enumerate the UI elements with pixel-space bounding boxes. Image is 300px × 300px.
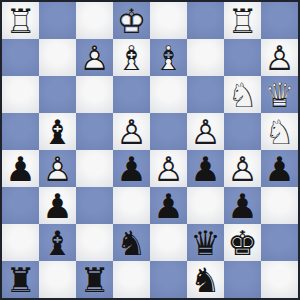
piece-fill-layer: ♟ [227, 189, 257, 223]
black-queen[interactable]: ♛ [190, 226, 220, 260]
square-c1[interactable]: ♜ [76, 261, 113, 298]
piece-outline-layer: ♔ [116, 4, 146, 38]
square-h7[interactable]: ♟♙ [261, 39, 298, 76]
white-knight[interactable]: ♞♘ [264, 115, 294, 149]
square-a1[interactable]: ♜ [2, 261, 39, 298]
white-pawn[interactable]: ♟♙ [264, 41, 294, 75]
square-d1[interactable] [113, 261, 150, 298]
square-b5[interactable]: ♝ [39, 113, 76, 150]
piece-fill-layer: ♟ [153, 189, 183, 223]
square-f1[interactable]: ♞ [187, 261, 224, 298]
piece-fill-layer: ♚ [227, 226, 257, 260]
black-knight[interactable]: ♞ [190, 263, 220, 297]
piece-fill-layer: ♞ [190, 263, 220, 297]
chess-board-container: ♜♖♚♔♜♖♟♙♝♗♝♗♟♙♞♘♛♕♝♟♙♟♙♞♘♟♟♙♟♟♙♟♟♙♟♟♟♟♝♞… [0, 0, 300, 300]
black-bishop[interactable]: ♝ [42, 115, 72, 149]
piece-outline-layer: ♙ [227, 152, 257, 186]
square-a4[interactable]: ♟ [2, 150, 39, 187]
white-pawn[interactable]: ♟♙ [116, 115, 146, 149]
square-e4[interactable]: ♟♙ [150, 150, 187, 187]
square-b1[interactable] [39, 261, 76, 298]
black-rook[interactable]: ♜ [79, 263, 109, 297]
square-d3[interactable] [113, 187, 150, 224]
piece-fill-layer: ♜ [79, 263, 109, 297]
square-g7[interactable] [224, 39, 261, 76]
square-f5[interactable]: ♟♙ [187, 113, 224, 150]
white-pawn[interactable]: ♟♙ [42, 152, 72, 186]
piece-outline-layer: ♖ [227, 4, 257, 38]
black-pawn[interactable]: ♟ [264, 152, 294, 186]
piece-outline-layer: ♙ [264, 41, 294, 75]
black-king[interactable]: ♚ [227, 226, 257, 260]
square-g3[interactable]: ♟ [224, 187, 261, 224]
square-a7[interactable] [2, 39, 39, 76]
black-pawn[interactable]: ♟ [116, 152, 146, 186]
piece-outline-layer: ♘ [264, 115, 294, 149]
piece-fill-layer: ♝ [42, 226, 72, 260]
square-c4[interactable] [76, 150, 113, 187]
square-b8[interactable] [39, 2, 76, 39]
square-h6[interactable]: ♛♕ [261, 76, 298, 113]
black-pawn[interactable]: ♟ [42, 189, 72, 223]
square-e6[interactable] [150, 76, 187, 113]
square-c5[interactable] [76, 113, 113, 150]
square-c3[interactable] [76, 187, 113, 224]
square-a5[interactable] [2, 113, 39, 150]
black-bishop[interactable]: ♝ [42, 226, 72, 260]
white-pawn[interactable]: ♟♙ [190, 115, 220, 149]
piece-fill-layer: ♝ [42, 115, 72, 149]
square-g8[interactable]: ♜♖ [224, 2, 261, 39]
square-h8[interactable] [261, 2, 298, 39]
square-h4[interactable]: ♟ [261, 150, 298, 187]
piece-outline-layer: ♙ [42, 152, 72, 186]
square-f7[interactable] [187, 39, 224, 76]
piece-fill-layer: ♟ [42, 189, 72, 223]
square-e5[interactable] [150, 113, 187, 150]
square-e3[interactable]: ♟ [150, 187, 187, 224]
square-h1[interactable] [261, 261, 298, 298]
square-b3[interactable]: ♟ [39, 187, 76, 224]
black-knight[interactable]: ♞ [116, 226, 146, 260]
square-h3[interactable] [261, 187, 298, 224]
square-b2[interactable]: ♝ [39, 224, 76, 261]
square-d8[interactable]: ♚♔ [113, 2, 150, 39]
square-f3[interactable] [187, 187, 224, 224]
square-e8[interactable] [150, 2, 187, 39]
square-e7[interactable]: ♝♗ [150, 39, 187, 76]
square-c7[interactable]: ♟♙ [76, 39, 113, 76]
square-f6[interactable] [187, 76, 224, 113]
piece-outline-layer: ♘ [227, 78, 257, 112]
black-pawn[interactable]: ♟ [5, 152, 35, 186]
square-g2[interactable]: ♚ [224, 224, 261, 261]
square-g6[interactable]: ♞♘ [224, 76, 261, 113]
black-rook[interactable]: ♜ [5, 263, 35, 297]
square-b4[interactable]: ♟♙ [39, 150, 76, 187]
piece-fill-layer: ♟ [5, 152, 35, 186]
square-c2[interactable] [76, 224, 113, 261]
black-pawn[interactable]: ♟ [227, 189, 257, 223]
white-bishop[interactable]: ♝♗ [153, 41, 183, 75]
piece-outline-layer: ♕ [264, 78, 294, 112]
piece-outline-layer: ♗ [153, 41, 183, 75]
black-pawn[interactable]: ♟ [190, 152, 220, 186]
piece-outline-layer: ♗ [116, 41, 146, 75]
square-g4[interactable]: ♟♙ [224, 150, 261, 187]
white-bishop[interactable]: ♝♗ [116, 41, 146, 75]
white-king[interactable]: ♚♔ [116, 4, 146, 38]
square-d2[interactable]: ♞ [113, 224, 150, 261]
square-b7[interactable] [39, 39, 76, 76]
square-h2[interactable] [261, 224, 298, 261]
square-g5[interactable] [224, 113, 261, 150]
piece-fill-layer: ♛ [190, 226, 220, 260]
white-pawn[interactable]: ♟♙ [79, 41, 109, 75]
square-h5[interactable]: ♞♘ [261, 113, 298, 150]
square-a2[interactable] [2, 224, 39, 261]
white-queen[interactable]: ♛♕ [264, 78, 294, 112]
black-pawn[interactable]: ♟ [153, 189, 183, 223]
square-e2[interactable] [150, 224, 187, 261]
square-d7[interactable]: ♝♗ [113, 39, 150, 76]
piece-fill-layer: ♟ [190, 152, 220, 186]
piece-outline-layer: ♖ [5, 4, 35, 38]
white-pawn[interactable]: ♟♙ [153, 152, 183, 186]
square-b6[interactable] [39, 76, 76, 113]
square-c6[interactable] [76, 76, 113, 113]
square-f8[interactable] [187, 2, 224, 39]
square-f4[interactable]: ♟ [187, 150, 224, 187]
piece-fill-layer: ♞ [116, 226, 146, 260]
piece-fill-layer: ♜ [5, 263, 35, 297]
piece-fill-layer: ♟ [264, 152, 294, 186]
piece-outline-layer: ♙ [116, 115, 146, 149]
square-d4[interactable]: ♟ [113, 150, 150, 187]
square-a8[interactable]: ♜♖ [2, 2, 39, 39]
white-pawn[interactable]: ♟♙ [227, 152, 257, 186]
square-e1[interactable] [150, 261, 187, 298]
white-rook[interactable]: ♜♖ [5, 4, 35, 38]
white-knight[interactable]: ♞♘ [227, 78, 257, 112]
piece-outline-layer: ♙ [190, 115, 220, 149]
square-d6[interactable] [113, 76, 150, 113]
piece-fill-layer: ♟ [116, 152, 146, 186]
square-a6[interactable] [2, 76, 39, 113]
white-rook[interactable]: ♜♖ [227, 4, 257, 38]
square-c8[interactable] [76, 2, 113, 39]
chess-board: ♜♖♚♔♜♖♟♙♝♗♝♗♟♙♞♘♛♕♝♟♙♟♙♞♘♟♟♙♟♟♙♟♟♙♟♟♟♟♝♞… [0, 0, 300, 300]
square-d5[interactable]: ♟♙ [113, 113, 150, 150]
square-f2[interactable]: ♛ [187, 224, 224, 261]
square-a3[interactable] [2, 187, 39, 224]
piece-outline-layer: ♙ [79, 41, 109, 75]
piece-outline-layer: ♙ [153, 152, 183, 186]
square-g1[interactable] [224, 261, 261, 298]
